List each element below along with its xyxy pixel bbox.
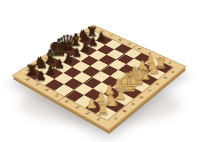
rank-label: 8 <box>24 78 30 82</box>
rank-label: 7 <box>34 83 40 87</box>
square-f6 <box>63 67 81 78</box>
file-label: а <box>170 70 175 73</box>
piece-black-pawn: ♟ <box>35 70 46 82</box>
file-label: ж <box>121 109 128 114</box>
rank-label: 1 <box>167 61 172 64</box>
rank-label: 1 <box>95 117 101 121</box>
rank-label: 3 <box>74 105 80 109</box>
rank-label: 5 <box>53 94 59 98</box>
file-label: в <box>155 82 160 86</box>
rank-label: 6 <box>43 88 49 92</box>
file-label: е <box>130 102 136 106</box>
rank-label: 5 <box>127 43 132 46</box>
rank-label: 4 <box>136 47 141 50</box>
chess-set-photo: 87654321 87654321 абвгдежз абвгдежз ♜♟♟♜… <box>0 0 200 142</box>
file-label: б <box>162 76 168 80</box>
file-label: г <box>147 89 152 93</box>
rank-label: 6 <box>117 39 122 42</box>
rank-label: 7 <box>108 34 113 37</box>
rank-label: 2 <box>84 111 90 115</box>
file-label: з <box>113 116 119 120</box>
file-label: д <box>138 95 144 99</box>
piece-white-rook: ♜ <box>95 101 109 116</box>
rank-label: 4 <box>63 99 69 103</box>
